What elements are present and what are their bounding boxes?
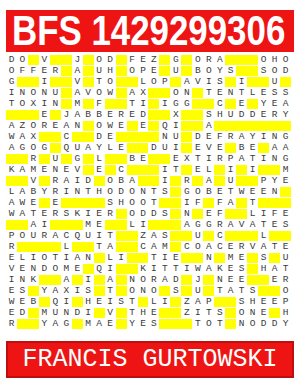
letter-cell: T (50, 253, 61, 263)
letter-cell: R (181, 176, 192, 186)
letter-cell: O (192, 187, 203, 197)
letter-cell: A (50, 231, 61, 241)
letter-cell: M (83, 319, 94, 329)
blocked-cell (247, 77, 258, 87)
blocked-cell (17, 176, 28, 186)
letter-cell: D (192, 132, 203, 142)
letter-cell: E (258, 110, 269, 120)
letter-cell: A (236, 154, 247, 164)
letter-cell: S (225, 66, 236, 76)
letter-cell: W (192, 264, 203, 274)
blocked-cell (28, 319, 39, 329)
letter-cell: S (159, 231, 170, 241)
blocked-cell (94, 286, 105, 296)
letter-cell: S (17, 286, 28, 296)
author-banner: FRANCIS GURTOWSKI (6, 341, 294, 378)
letter-cell: S (83, 286, 94, 296)
letter-cell: U (269, 77, 280, 87)
letter-cell: N (236, 319, 247, 329)
letter-cell: Y (39, 319, 50, 329)
blocked-cell (148, 165, 159, 175)
letter-cell: E (236, 253, 247, 263)
blocked-cell (28, 308, 39, 318)
blocked-cell (138, 297, 149, 307)
letter-cell: A (225, 220, 236, 230)
letter-cell: B (28, 187, 39, 197)
letter-cell: O (280, 286, 291, 296)
blocked-cell (127, 231, 138, 241)
blocked-cell (50, 275, 61, 285)
letter-cell: T (236, 286, 247, 296)
blocked-cell (236, 55, 247, 65)
blocked-cell (39, 242, 50, 252)
letter-cell: W (236, 187, 247, 197)
blocked-cell (83, 165, 94, 175)
letter-cell: I (94, 231, 105, 241)
blocked-cell (159, 286, 170, 296)
letter-cell: V (83, 88, 94, 98)
blocked-cell (181, 55, 192, 65)
blocked-cell (94, 198, 105, 208)
blocked-cell (61, 66, 72, 76)
blocked-cell (116, 275, 127, 285)
letter-cell: T (148, 198, 159, 208)
letter-cell: A (83, 143, 94, 153)
blocked-cell (127, 253, 138, 263)
letter-cell: E (258, 308, 269, 318)
blocked-cell (28, 55, 39, 65)
blocked-cell (258, 275, 269, 285)
blocked-cell (148, 132, 159, 142)
letter-cell: T (127, 99, 138, 109)
letter-cell: G (203, 220, 214, 230)
blocked-cell (72, 275, 83, 285)
letter-cell: U (50, 154, 61, 164)
letter-cell: I (72, 286, 83, 296)
blocked-cell (170, 220, 181, 230)
letter-cell: H (94, 187, 105, 197)
blocked-cell (148, 99, 159, 109)
blocked-cell (50, 77, 61, 87)
blocked-cell (258, 198, 269, 208)
letter-cell: Y (280, 110, 291, 120)
letter-cell: R (50, 176, 61, 186)
letter-cell: B (192, 66, 203, 76)
blocked-cell (39, 154, 50, 164)
letter-cell: A (50, 286, 61, 296)
letter-cell: I (39, 77, 50, 87)
blocked-cell (192, 110, 203, 120)
blocked-cell (94, 253, 105, 263)
blocked-cell (269, 253, 280, 263)
letter-cell: H (214, 110, 225, 120)
letter-cell: A (269, 143, 280, 153)
letter-cell: H (138, 308, 149, 318)
letter-cell: E (39, 209, 50, 219)
letter-cell: A (203, 242, 214, 252)
letter-cell: W (6, 132, 17, 142)
letter-cell: E (116, 143, 127, 153)
blocked-cell (116, 264, 127, 274)
letter-cell: E (138, 55, 149, 65)
letter-cell: O (28, 121, 39, 131)
letter-cell: E (148, 308, 159, 318)
letter-cell: A (61, 121, 72, 131)
blocked-cell (72, 198, 83, 208)
blocked-cell (72, 297, 83, 307)
letter-cell: M (280, 165, 291, 175)
blocked-cell (203, 99, 214, 109)
letter-cell: X (28, 99, 39, 109)
letter-cell: R (225, 132, 236, 142)
title-banner: BFS 1429299306 (6, 10, 294, 52)
letter-cell: U (83, 231, 94, 241)
blocked-cell (116, 286, 127, 296)
blocked-cell (127, 242, 138, 252)
letter-cell: E (269, 275, 280, 285)
blocked-cell (17, 154, 28, 164)
letter-cell: A (258, 242, 269, 252)
letter-cell: R (6, 319, 17, 329)
blocked-cell (61, 99, 72, 109)
blocked-cell (127, 77, 138, 87)
letter-cell: L (61, 242, 72, 252)
letter-cell: A (72, 88, 83, 98)
letter-cell: M (28, 165, 39, 175)
letter-cell: L (258, 231, 269, 241)
blocked-cell (258, 143, 269, 153)
letter-cell: E (236, 275, 247, 285)
letter-cell: A (72, 110, 83, 120)
letter-cell: O (280, 55, 291, 65)
letter-cell: T (6, 99, 17, 109)
letter-cell: N (269, 132, 280, 142)
letter-cell: G (72, 154, 83, 164)
blocked-cell (170, 187, 181, 197)
letter-cell: A (214, 55, 225, 65)
letter-cell: N (61, 308, 72, 318)
letter-cell: Q (61, 143, 72, 153)
letter-cell: E (116, 121, 127, 131)
blocked-cell (72, 132, 83, 142)
blocked-cell (159, 154, 170, 164)
letter-cell: T (83, 187, 94, 197)
blocked-cell (17, 77, 28, 87)
letter-cell: S (258, 253, 269, 263)
letter-cell: D (236, 110, 247, 120)
blocked-cell (280, 187, 291, 197)
letter-cell: N (50, 165, 61, 175)
letter-cell: E (203, 132, 214, 142)
blocked-cell (83, 132, 94, 142)
blocked-cell (83, 99, 94, 109)
blocked-cell (181, 121, 192, 131)
letter-cell: O (138, 275, 149, 285)
blocked-cell (83, 55, 94, 65)
letter-cell: C (214, 99, 225, 109)
letter-cell: U (280, 253, 291, 263)
letter-cell: Q (159, 121, 170, 131)
letter-cell: D (148, 209, 159, 219)
letter-cell: A (247, 220, 258, 230)
letter-cell: E (236, 99, 247, 109)
letter-cell: I (159, 176, 170, 186)
letter-cell: S (269, 88, 280, 98)
letter-cell: U (159, 143, 170, 153)
letter-cell: D (269, 319, 280, 329)
letter-cell: I (138, 99, 149, 109)
letter-cell: I (105, 264, 116, 274)
blocked-cell (159, 55, 170, 65)
letter-cell: O (138, 198, 149, 208)
letter-cell: E (258, 88, 269, 98)
blocked-cell (181, 165, 192, 175)
blocked-cell (61, 220, 72, 230)
letter-cell: E (280, 209, 291, 219)
blocked-cell (214, 165, 225, 175)
letter-cell: T (94, 77, 105, 87)
letter-cell: A (17, 132, 28, 142)
letter-cell: E (50, 198, 61, 208)
letter-cell: R (214, 220, 225, 230)
blocked-cell (94, 275, 105, 285)
letter-cell: A (203, 264, 214, 274)
blocked-cell (50, 220, 61, 230)
letter-cell: T (280, 264, 291, 274)
letter-cell: K (6, 165, 17, 175)
blocked-cell (61, 154, 72, 164)
blocked-cell (39, 198, 50, 208)
letter-cell: A (148, 231, 159, 241)
letter-cell: U (192, 231, 203, 241)
letter-cell: G (170, 99, 181, 109)
letter-cell: D (258, 319, 269, 329)
letter-cell: H (280, 308, 291, 318)
blocked-cell (127, 165, 138, 175)
letter-cell: E (94, 220, 105, 230)
letter-cell: O (28, 88, 39, 98)
blocked-cell (269, 198, 280, 208)
letter-cell: M (225, 253, 236, 263)
letter-cell: V (236, 220, 247, 230)
letter-cell: F (214, 209, 225, 219)
letter-cell: O (105, 187, 116, 197)
letter-cell: N (269, 187, 280, 197)
letter-cell: R (116, 110, 127, 120)
letter-cell: S (203, 110, 214, 120)
letter-cell: U (170, 66, 181, 76)
blocked-cell (17, 319, 28, 329)
letter-cell: I (258, 154, 269, 164)
letter-cell: W (105, 88, 116, 98)
letter-cell: C (214, 231, 225, 241)
letter-cell: A (61, 275, 72, 285)
letter-cell: E (225, 242, 236, 252)
letter-cell: T (170, 264, 181, 274)
cover-title: BFS 1429299306 (12, 10, 285, 52)
blocked-cell (116, 66, 127, 76)
letter-cell: D (148, 143, 159, 153)
letter-cell: C (138, 242, 149, 252)
blocked-cell (116, 132, 127, 142)
blocked-cell (116, 99, 127, 109)
letter-cell: I (83, 275, 94, 285)
letter-cell: O (17, 55, 28, 65)
letter-cell: D (94, 132, 105, 142)
letter-cell: E (61, 165, 72, 175)
blocked-cell (61, 55, 72, 65)
letter-cell: D (83, 176, 94, 186)
letter-cell: D (6, 55, 17, 65)
blocked-cell (72, 242, 83, 252)
letter-cell: S (159, 209, 170, 219)
blocked-cell (192, 88, 203, 98)
letter-cell: I (236, 77, 247, 87)
letter-cell: Z (138, 231, 149, 241)
blocked-cell (236, 121, 247, 131)
letter-cell: E (72, 264, 83, 274)
letter-cell: A (280, 99, 291, 109)
letter-cell: E (105, 319, 116, 329)
letter-cell: E (17, 297, 28, 307)
blocked-cell (116, 220, 127, 230)
blocked-cell (50, 132, 61, 142)
letter-cell: T (236, 88, 247, 98)
letter-cell: O (105, 77, 116, 87)
letter-cell: V (72, 77, 83, 87)
letter-cell: E (94, 297, 105, 307)
letter-cell: E (280, 176, 291, 186)
letter-cell: C (61, 231, 72, 241)
letter-cell: J (61, 110, 72, 120)
letter-cell: E (269, 220, 280, 230)
letter-cell: R (280, 275, 291, 285)
blocked-cell (116, 55, 127, 65)
letter-cell: A (236, 132, 247, 142)
blocked-cell (225, 99, 236, 109)
letter-cell: G (280, 154, 291, 164)
letter-cell: E (6, 308, 17, 318)
letter-cell: W (6, 297, 17, 307)
letter-cell: I (203, 77, 214, 87)
letter-cell: I (148, 264, 159, 274)
letter-cell: I (258, 209, 269, 219)
letter-cell: A (94, 319, 105, 329)
letter-cell: M (83, 220, 94, 230)
blocked-cell (72, 220, 83, 230)
blocked-cell (83, 264, 94, 274)
letter-cell: U (192, 286, 203, 296)
letter-cell: N (138, 187, 149, 197)
letter-cell: A (203, 176, 214, 186)
letter-cell: I (61, 253, 72, 263)
letter-cell: A (72, 66, 83, 76)
blocked-cell (83, 242, 94, 252)
blocked-cell (236, 231, 247, 241)
letter-cell: Y (39, 187, 50, 197)
letter-cell: D (280, 66, 291, 76)
blocked-cell (247, 99, 258, 109)
letter-cell: I (159, 99, 170, 109)
letter-cell: E (17, 264, 28, 274)
blocked-cell (127, 121, 138, 131)
blocked-cell (258, 286, 269, 296)
letter-cell: L (138, 77, 149, 87)
letter-cell: A (17, 165, 28, 175)
letter-cell: Z (181, 297, 192, 307)
letter-cell: A (192, 297, 203, 307)
letter-cell: U (94, 66, 105, 76)
letter-cell: L (105, 143, 116, 153)
letter-cell: E (6, 253, 17, 263)
letter-cell: H (116, 198, 127, 208)
letter-cell: I (39, 220, 50, 230)
letter-cell: U (28, 231, 39, 241)
letter-cell: I (258, 132, 269, 142)
blocked-cell (6, 220, 17, 230)
blocked-cell (236, 198, 247, 208)
blocked-cell (50, 242, 61, 252)
letter-cell: P (159, 77, 170, 87)
blocked-cell (6, 154, 17, 164)
blocked-cell (170, 242, 181, 252)
letter-cell: H (247, 297, 258, 307)
blocked-cell (247, 275, 258, 285)
letter-cell: E (138, 154, 149, 164)
blocked-cell (105, 99, 116, 109)
blocked-cell (83, 198, 94, 208)
letter-cell: C (181, 242, 192, 252)
letter-cell: W (6, 209, 17, 219)
letter-cell: T (214, 286, 225, 296)
letter-cell: E (269, 99, 280, 109)
letter-cell: O (105, 176, 116, 186)
letter-cell: B (127, 154, 138, 164)
letter-cell: A (17, 187, 28, 197)
blocked-cell (28, 286, 39, 296)
letter-cell: G (17, 143, 28, 153)
letter-cell: G (39, 143, 50, 153)
letter-cell: E (203, 209, 214, 219)
letter-cell: T (170, 165, 181, 175)
letter-cell: F (94, 99, 105, 109)
letter-cell: S (280, 220, 291, 230)
letter-cell: E (148, 66, 159, 76)
blocked-cell (225, 143, 236, 153)
blocked-cell (105, 154, 116, 164)
blocked-cell (203, 198, 214, 208)
letter-cell: N (127, 275, 138, 285)
letter-cell: A (6, 121, 17, 131)
letter-cell: P (258, 176, 269, 186)
blocked-cell (94, 308, 105, 318)
blocked-cell (116, 308, 127, 318)
letter-cell: X (181, 154, 192, 164)
letter-cell: E (225, 275, 236, 285)
blocked-cell (148, 154, 159, 164)
letter-cell: P (138, 66, 149, 76)
letter-cell: E (138, 121, 149, 131)
letter-cell: D (72, 308, 83, 318)
letter-cell: G (61, 319, 72, 329)
blocked-cell (127, 264, 138, 274)
letter-cell: H (258, 264, 269, 274)
letter-cell: T (258, 220, 269, 230)
letter-cell: E (138, 319, 149, 329)
letter-cell: I (181, 264, 192, 274)
letter-cell: S (280, 88, 291, 98)
letter-cell: T (203, 308, 214, 318)
